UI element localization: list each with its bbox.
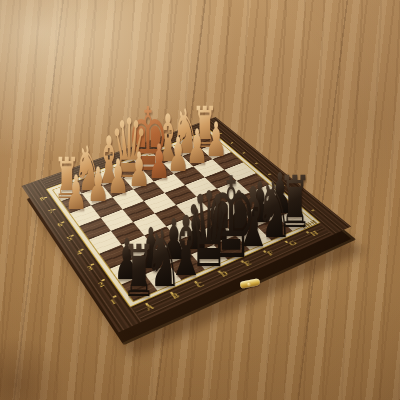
photo-stage: ABCDEFGH 87654321 ♜♞♝♛♚♝♞♜♟♟♟♟♟♟♟♟♟♟♟♟♟♟… [0,0,400,400]
